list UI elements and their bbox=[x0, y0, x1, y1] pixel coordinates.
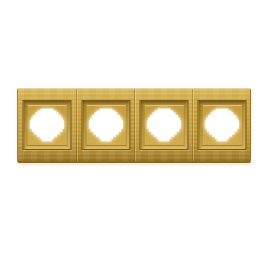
frame-gang-row bbox=[18, 89, 250, 161]
frame-gang-1 bbox=[18, 89, 76, 161]
switch-frame-product bbox=[17, 88, 251, 163]
gang-recess-square bbox=[23, 100, 72, 150]
gang-cutout-opening bbox=[145, 106, 182, 144]
frame-gang-2 bbox=[76, 89, 134, 161]
photo-background bbox=[0, 0, 268, 268]
frame-gang-3 bbox=[134, 89, 192, 161]
gang-cutout-opening bbox=[87, 106, 124, 144]
frame-gang-4 bbox=[192, 89, 250, 161]
gang-recess-square bbox=[81, 100, 130, 150]
gang-recess-square bbox=[139, 100, 188, 150]
gang-recess-square bbox=[197, 100, 246, 150]
gang-cutout-opening bbox=[203, 106, 240, 144]
gang-cutout-opening bbox=[29, 106, 66, 144]
